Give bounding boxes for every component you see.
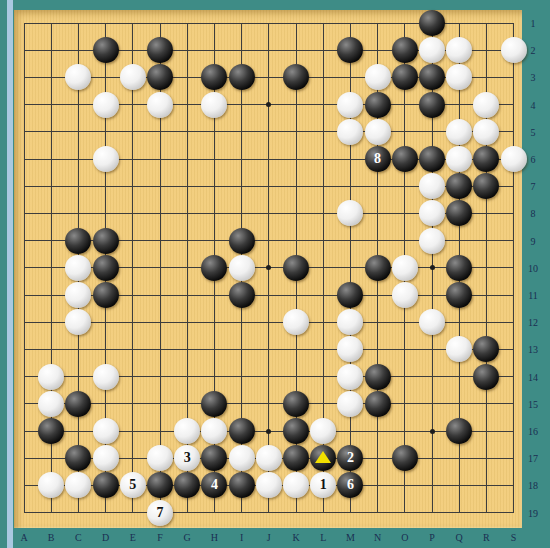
white-stone-D6[interactable] [93,146,119,172]
row-label: 5 [531,126,536,137]
row-label: 16 [528,426,538,437]
black-stone-N10[interactable] [365,255,391,281]
row-label: 18 [528,480,538,491]
white-stone-S6[interactable] [501,146,527,172]
black-stone-P1[interactable] [419,10,445,36]
star-point [430,265,435,270]
column-label: H [211,532,218,543]
black-stone-B16[interactable] [38,418,64,444]
column-label: O [401,532,408,543]
row-label: 11 [528,290,538,301]
black-stone-Q16[interactable] [446,418,472,444]
white-stone-M5[interactable] [337,119,363,145]
black-stone-P6[interactable] [419,146,445,172]
black-stone-C15[interactable] [65,391,91,417]
row-label: 15 [528,398,538,409]
white-stone-N3[interactable] [365,64,391,90]
column-label: M [346,532,355,543]
black-stone-K15[interactable] [283,391,309,417]
move-number: 4 [211,478,218,492]
black-stone-F2[interactable] [147,37,173,63]
white-stone-C10[interactable] [65,255,91,281]
white-stone-K12[interactable] [283,309,309,335]
white-stone-O11[interactable] [392,282,418,308]
white-stone-F19[interactable]: 7 [147,500,173,526]
white-stone-P12[interactable] [419,309,445,335]
black-stone-N4[interactable] [365,92,391,118]
row-label: 9 [531,235,536,246]
column-label: C [75,532,82,543]
black-stone-H10[interactable] [201,255,227,281]
move-number: 6 [347,478,354,492]
white-stone-E3[interactable] [120,64,146,90]
black-stone-C9[interactable] [65,228,91,254]
white-stone-R5[interactable] [473,119,499,145]
black-stone-K10[interactable] [283,255,309,281]
white-stone-H4[interactable] [201,92,227,118]
column-label: K [292,532,299,543]
black-stone-D9[interactable] [93,228,119,254]
black-stone-D10[interactable] [93,255,119,281]
move-number: 8 [374,152,381,166]
black-stone-D11[interactable] [93,282,119,308]
move-number: 3 [184,451,191,465]
white-stone-G16[interactable] [174,418,200,444]
white-stone-P2[interactable] [419,37,445,63]
black-stone-I18[interactable] [229,472,255,498]
triangle-marker [315,451,331,463]
column-label: D [102,532,109,543]
white-stone-P7[interactable] [419,173,445,199]
black-stone-O3[interactable] [392,64,418,90]
column-label: E [130,532,136,543]
black-stone-Q10[interactable] [446,255,472,281]
white-stone-N5[interactable] [365,119,391,145]
row-label: 8 [531,208,536,219]
white-stone-L16[interactable] [310,418,336,444]
row-label: 1 [531,18,536,29]
white-stone-E18[interactable]: 5 [120,472,146,498]
white-stone-Q6[interactable] [446,146,472,172]
row-label: 6 [531,154,536,165]
grid-line-horizontal [24,349,514,350]
grid-line-vertical [513,23,514,513]
star-point [430,429,435,434]
white-stone-O10[interactable] [392,255,418,281]
white-stone-F17[interactable] [147,445,173,471]
black-stone-O6[interactable] [392,146,418,172]
column-label: R [483,532,490,543]
row-label: 12 [528,317,538,328]
white-stone-Q5[interactable] [446,119,472,145]
white-stone-F4[interactable] [147,92,173,118]
column-label: J [267,532,271,543]
white-stone-R4[interactable] [473,92,499,118]
move-number: 1 [320,478,327,492]
white-stone-D4[interactable] [93,92,119,118]
white-stone-I10[interactable] [229,255,255,281]
white-stone-M15[interactable] [337,391,363,417]
white-stone-B14[interactable] [38,364,64,390]
black-stone-K16[interactable] [283,418,309,444]
column-label: B [48,532,55,543]
row-label: 10 [528,262,538,273]
row-label: 17 [528,453,538,464]
row-label: 14 [528,371,538,382]
black-stone-N6[interactable]: 8 [365,146,391,172]
black-stone-H15[interactable] [201,391,227,417]
white-stone-B15[interactable] [38,391,64,417]
black-stone-Q11[interactable] [446,282,472,308]
black-stone-O2[interactable] [392,37,418,63]
white-stone-J17[interactable] [256,445,282,471]
black-stone-N15[interactable] [365,391,391,417]
column-label: S [511,532,517,543]
white-stone-M14[interactable] [337,364,363,390]
go-board-window: A1B2C3D4E5F6G7H8I9J10K11L12M13N14O15P16Q… [0,0,550,548]
white-stone-D17[interactable] [93,445,119,471]
white-stone-D16[interactable] [93,418,119,444]
white-stone-S2[interactable] [501,37,527,63]
column-label: I [240,532,243,543]
black-stone-D18[interactable] [93,472,119,498]
row-label: 2 [531,45,536,56]
row-label: 13 [528,344,538,355]
black-stone-P4[interactable] [419,92,445,118]
move-number: 5 [129,478,136,492]
black-stone-N14[interactable] [365,364,391,390]
row-label: 3 [531,72,536,83]
white-stone-J18[interactable] [256,472,282,498]
column-label: Q [456,532,463,543]
black-stone-R14[interactable] [473,364,499,390]
row-label: 4 [531,99,536,110]
white-stone-P9[interactable] [419,228,445,254]
black-stone-I16[interactable] [229,418,255,444]
star-point [266,429,271,434]
move-number: 7 [157,506,164,520]
row-label: 7 [531,181,536,192]
move-number: 2 [347,451,354,465]
row-label: 19 [528,507,538,518]
black-stone-I3[interactable] [229,64,255,90]
white-stone-D14[interactable] [93,364,119,390]
white-stone-I17[interactable] [229,445,255,471]
column-label: P [429,532,435,543]
column-label: G [184,532,191,543]
white-stone-M4[interactable] [337,92,363,118]
column-label: L [320,532,326,543]
column-label: A [20,532,27,543]
grid-line-horizontal [24,512,514,513]
black-stone-I9[interactable] [229,228,255,254]
black-stone-K17[interactable] [283,445,309,471]
black-stone-O17[interactable] [392,445,418,471]
black-stone-I11[interactable] [229,282,255,308]
column-label: F [157,532,163,543]
black-stone-D2[interactable] [93,37,119,63]
grid-line-horizontal [24,403,514,404]
left-accent-strip [7,0,13,548]
column-label: N [374,532,381,543]
